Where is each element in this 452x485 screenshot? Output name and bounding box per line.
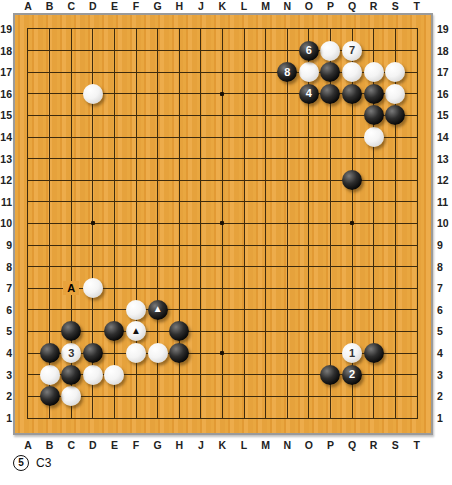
col-label-top-K: K [214,0,230,12]
col-label-bottom-N: N [279,439,295,451]
col-label-top-J: J [193,0,209,12]
col-label-top-O: O [301,0,317,12]
row-label-right-2: 2 [437,390,452,402]
row-label-left-9: 9 [0,239,12,251]
col-label-bottom-J: J [193,439,209,451]
col-label-bottom-O: O [301,439,317,451]
row-label-right-15: 15 [437,109,452,121]
row-label-right-8: 8 [437,261,452,273]
col-label-top-B: B [42,0,58,12]
col-label-top-H: H [171,0,187,12]
col-label-bottom-S: S [387,439,403,451]
caption-move-number-circle: 5 [13,455,29,471]
col-label-top-T: T [409,0,425,12]
row-label-right-12: 12 [437,174,452,186]
row-label-right-6: 6 [437,304,452,316]
row-label-left-16: 16 [0,88,12,100]
col-label-top-D: D [85,0,101,12]
col-label-top-G: G [150,0,166,12]
row-label-right-18: 18 [437,45,452,57]
col-label-top-M: M [258,0,274,12]
col-label-bottom-D: D [85,439,101,451]
col-label-bottom-A: A [20,439,36,451]
col-label-top-E: E [106,0,122,12]
col-label-bottom-C: C [63,439,79,451]
go-board[interactable] [13,13,433,435]
col-label-bottom-F: F [128,439,144,451]
col-label-bottom-T: T [409,439,425,451]
row-label-right-7: 7 [437,282,452,294]
col-label-top-S: S [387,0,403,12]
row-label-right-16: 16 [437,88,452,100]
row-label-left-15: 15 [0,109,12,121]
row-label-left-12: 12 [0,174,12,186]
col-label-bottom-P: P [322,439,338,451]
row-label-left-7: 7 [0,282,12,294]
row-label-right-1: 1 [437,412,452,424]
col-label-bottom-E: E [106,439,122,451]
go-kifu-diagram: AABBCCDDEEFFGGHHJJKKLLMMNNOOPPQQRRSSTT19… [0,0,452,485]
col-label-top-F: F [128,0,144,12]
row-label-left-17: 17 [0,66,12,78]
col-label-top-P: P [322,0,338,12]
row-label-right-10: 10 [437,217,452,229]
col-label-top-A: A [20,0,36,12]
col-label-top-N: N [279,0,295,12]
row-label-right-5: 5 [437,325,452,337]
col-label-top-R: R [366,0,382,12]
row-label-left-11: 11 [0,196,12,208]
row-label-left-10: 10 [0,217,12,229]
row-label-right-9: 9 [437,239,452,251]
row-label-right-3: 3 [437,369,452,381]
col-label-top-L: L [236,0,252,12]
caption-move-location: C3 [36,456,51,470]
row-label-left-3: 3 [0,369,12,381]
col-label-bottom-H: H [171,439,187,451]
col-label-top-Q: Q [344,0,360,12]
row-label-right-13: 13 [437,153,452,165]
row-label-right-19: 19 [437,23,452,35]
col-label-bottom-M: M [258,439,274,451]
row-label-left-19: 19 [0,23,12,35]
row-label-right-4: 4 [437,347,452,359]
row-label-left-4: 4 [0,347,12,359]
col-label-bottom-B: B [42,439,58,451]
row-label-left-1: 1 [0,412,12,424]
col-label-bottom-Q: Q [344,439,360,451]
row-label-right-14: 14 [437,131,452,143]
row-label-left-14: 14 [0,131,12,143]
row-label-left-2: 2 [0,390,12,402]
row-label-left-13: 13 [0,153,12,165]
row-label-right-11: 11 [437,196,452,208]
row-label-left-18: 18 [0,45,12,57]
row-label-left-6: 6 [0,304,12,316]
col-label-bottom-R: R [366,439,382,451]
row-label-left-8: 8 [0,261,12,273]
row-label-right-17: 17 [437,66,452,78]
col-label-bottom-K: K [214,439,230,451]
col-label-bottom-G: G [150,439,166,451]
row-label-left-5: 5 [0,325,12,337]
col-label-top-C: C [63,0,79,12]
col-label-bottom-L: L [236,439,252,451]
